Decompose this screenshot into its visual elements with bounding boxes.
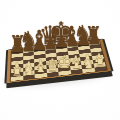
square-c1[interactable] [35,73,47,78]
square-b1[interactable] [23,74,35,79]
square-d1[interactable] [46,72,58,77]
square-f1[interactable] [70,69,83,74]
board-perspective-wrapper [2,5,113,116]
square-g1[interactable] [82,68,95,73]
board-frame [7,39,112,83]
chess-set-photo: ♜♞♝♛♚♝♞♜♟♟♟♟♟♟♟♟♟♟♟♟♟♟♟♟♜♞♝♛♚♝♞♜ [0,0,120,120]
square-e1[interactable] [58,70,70,75]
chess-board [11,41,107,81]
square-a1[interactable] [11,76,23,81]
board-tilt [7,39,112,83]
square-h1[interactable] [94,66,107,71]
